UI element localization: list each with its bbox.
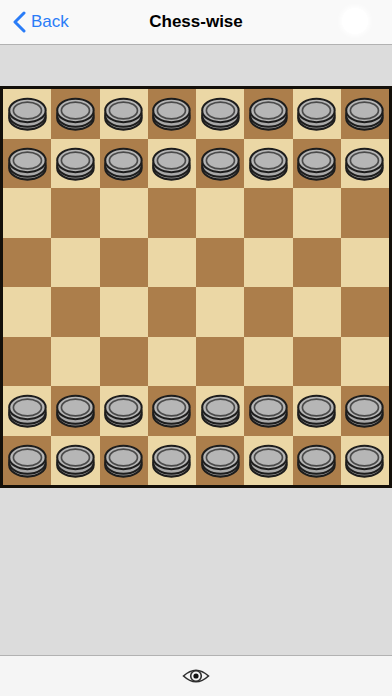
board-cell[interactable] [3, 139, 51, 189]
checker-piece-gray[interactable] [149, 389, 194, 432]
board-cell[interactable] [148, 238, 196, 288]
board-cell[interactable] [196, 139, 244, 189]
board-cell[interactable] [3, 188, 51, 238]
board-cell[interactable] [51, 386, 99, 436]
chevron-left-icon [13, 11, 26, 33]
checker-piece-gray[interactable] [342, 142, 387, 185]
board-cell[interactable] [100, 188, 148, 238]
board-cell[interactable] [293, 238, 341, 288]
board-cell[interactable] [100, 386, 148, 436]
board-cell[interactable] [244, 238, 292, 288]
checker-piece-gray[interactable] [198, 92, 243, 135]
checker-piece-gray[interactable] [101, 389, 146, 432]
board-cell[interactable] [341, 139, 389, 189]
board-cell[interactable] [3, 287, 51, 337]
board-cell[interactable] [293, 337, 341, 387]
board-cell[interactable] [51, 139, 99, 189]
board-cell[interactable] [341, 89, 389, 139]
checker-piece-gray[interactable] [101, 439, 146, 482]
checker-piece-gray[interactable] [198, 389, 243, 432]
checker-piece-gray[interactable] [246, 439, 291, 482]
board-cell[interactable] [196, 337, 244, 387]
board-cell[interactable] [196, 386, 244, 436]
board-cell[interactable] [341, 436, 389, 486]
board-cell[interactable] [100, 337, 148, 387]
top-spacer [0, 45, 392, 86]
nav-bar: Back Chess-wise [0, 0, 392, 45]
checker-piece-gray[interactable] [101, 142, 146, 185]
page-title: Chess-wise [149, 12, 243, 32]
board-cell[interactable] [293, 386, 341, 436]
checker-piece-gray[interactable] [53, 142, 98, 185]
board-cell[interactable] [3, 238, 51, 288]
board-cell[interactable] [148, 386, 196, 436]
checker-piece-gray[interactable] [5, 389, 50, 432]
board-cell[interactable] [244, 89, 292, 139]
back-button-label: Back [31, 0, 69, 44]
board-cell[interactable] [3, 89, 51, 139]
board-cell[interactable] [244, 139, 292, 189]
board-cell[interactable] [148, 337, 196, 387]
board-cell[interactable] [51, 287, 99, 337]
board-cell[interactable] [293, 436, 341, 486]
checker-piece-gray[interactable] [198, 142, 243, 185]
board-cell[interactable] [244, 436, 292, 486]
board-cell[interactable] [341, 337, 389, 387]
board-cell[interactable] [293, 89, 341, 139]
checker-piece-gray[interactable] [53, 439, 98, 482]
board-cell[interactable] [51, 188, 99, 238]
board-cell[interactable] [51, 337, 99, 387]
eye-icon [181, 666, 211, 686]
eye-button[interactable] [171, 664, 221, 688]
checker-piece-gray[interactable] [149, 142, 194, 185]
checker-piece-gray[interactable] [149, 439, 194, 482]
board-cell[interactable] [100, 238, 148, 288]
board-cell[interactable] [196, 188, 244, 238]
board-cell[interactable] [341, 386, 389, 436]
checker-piece-gray[interactable] [53, 92, 98, 135]
board-cell[interactable] [293, 139, 341, 189]
app-screen: Back Chess-wise [0, 0, 392, 696]
checker-piece-gray[interactable] [342, 92, 387, 135]
board-cell[interactable] [3, 386, 51, 436]
checker-piece-gray[interactable] [5, 92, 50, 135]
board-cell[interactable] [100, 436, 148, 486]
checker-piece-gray[interactable] [294, 389, 339, 432]
board-cell[interactable] [51, 238, 99, 288]
board-cell[interactable] [148, 287, 196, 337]
checker-piece-gray[interactable] [53, 389, 98, 432]
checker-piece-gray[interactable] [246, 142, 291, 185]
checker-piece-gray[interactable] [246, 92, 291, 135]
board-cell[interactable] [196, 436, 244, 486]
back-button[interactable]: Back [9, 0, 73, 44]
board-cell[interactable] [51, 89, 99, 139]
checker-piece-gray[interactable] [294, 439, 339, 482]
board-cell[interactable] [51, 436, 99, 486]
board-cell[interactable] [196, 89, 244, 139]
checker-piece-gray[interactable] [294, 142, 339, 185]
checkers-board[interactable] [0, 86, 392, 488]
board-cell[interactable] [3, 337, 51, 387]
board-cell[interactable] [341, 188, 389, 238]
board-cell[interactable] [148, 89, 196, 139]
board-cell[interactable] [148, 139, 196, 189]
board-cell[interactable] [100, 139, 148, 189]
board-cell[interactable] [293, 188, 341, 238]
board-cell[interactable] [244, 188, 292, 238]
checker-piece-gray[interactable] [198, 439, 243, 482]
checker-piece-gray[interactable] [5, 142, 50, 185]
checker-piece-gray[interactable] [246, 389, 291, 432]
checker-piece-gray[interactable] [101, 92, 146, 135]
board-cell[interactable] [341, 287, 389, 337]
bottom-toolbar [0, 655, 392, 696]
checker-piece-gray[interactable] [342, 389, 387, 432]
board-cell[interactable] [244, 337, 292, 387]
board-cell[interactable] [3, 436, 51, 486]
board-cell[interactable] [196, 238, 244, 288]
board-cell[interactable] [244, 386, 292, 436]
board-cell[interactable] [341, 238, 389, 288]
turn-indicator-white-circle [342, 8, 368, 34]
board-cell[interactable] [100, 287, 148, 337]
checker-piece-gray[interactable] [294, 92, 339, 135]
board-cell[interactable] [148, 188, 196, 238]
board-cell[interactable] [293, 287, 341, 337]
board-cell[interactable] [244, 287, 292, 337]
checker-piece-gray[interactable] [342, 439, 387, 482]
board-cell[interactable] [148, 436, 196, 486]
bottom-spacer [0, 488, 392, 655]
checker-piece-gray[interactable] [149, 92, 194, 135]
board-cell[interactable] [196, 287, 244, 337]
checker-piece-gray[interactable] [5, 439, 50, 482]
board-cell[interactable] [100, 89, 148, 139]
